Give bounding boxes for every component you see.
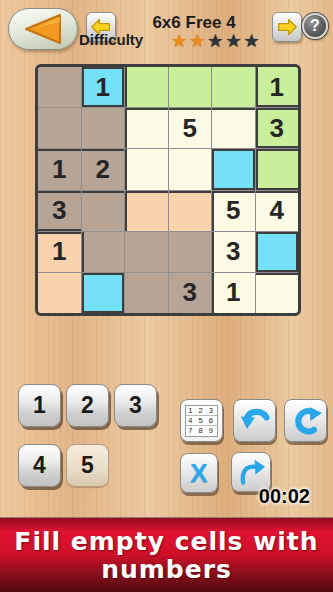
number-button-4[interactable]: 4 — [18, 444, 61, 487]
cell-r2c1[interactable] — [38, 108, 81, 148]
sudoku-app: 6x6 Free 4 Difficulty ★★★★★ ? 1153123541… — [0, 0, 333, 592]
cell-r1c6[interactable]: 1 — [256, 67, 299, 107]
pencil-grid-row: 4 5 6 — [186, 416, 217, 426]
cell-r3c6[interactable] — [256, 149, 299, 189]
cell-r4c3[interactable] — [125, 191, 168, 231]
hint-arrow-icon — [236, 458, 266, 486]
difficulty-stars: ★★★★★ — [171, 30, 262, 52]
cell-r4c5[interactable]: 5 — [212, 191, 255, 231]
cell-r6c2[interactable] — [82, 273, 125, 313]
cell-r6c1[interactable] — [38, 273, 81, 313]
star-empty-icon: ★ — [225, 31, 243, 51]
cell-r1c1[interactable] — [38, 67, 81, 107]
cell-r6c3[interactable] — [125, 273, 168, 313]
cell-r3c3[interactable] — [125, 149, 168, 189]
next-puzzle-button[interactable] — [272, 12, 302, 42]
cell-r3c1[interactable]: 1 — [38, 149, 81, 189]
cell-r5c2[interactable] — [82, 232, 125, 272]
cell-r5c3[interactable] — [125, 232, 168, 272]
cell-r1c5[interactable] — [212, 67, 255, 107]
difficulty-label: Difficulty — [79, 31, 143, 48]
cell-r4c2[interactable] — [82, 191, 125, 231]
instruction-banner: Fill empty cells with numbers — [0, 517, 333, 592]
redo-arrow-icon — [290, 406, 322, 436]
cell-r5c5[interactable]: 3 — [212, 232, 255, 272]
redo-button[interactable] — [284, 399, 327, 442]
back-button[interactable] — [8, 8, 78, 50]
cell-r4c6[interactable]: 4 — [256, 191, 299, 231]
next-arrow-icon — [277, 18, 297, 36]
clear-cell-button[interactable]: X — [180, 453, 218, 493]
sudoku-board: 1153123541331 — [35, 64, 301, 316]
banner-text-line2: numbers — [101, 556, 232, 584]
cell-r6c5[interactable]: 1 — [212, 273, 255, 313]
cell-r2c5[interactable] — [212, 108, 255, 148]
cell-r1c2[interactable]: 1 — [82, 67, 125, 107]
undo-arrow-icon — [239, 406, 271, 436]
number-button-2[interactable]: 2 — [66, 384, 109, 427]
clear-x-icon: X — [190, 458, 207, 489]
cell-r2c6[interactable]: 3 — [256, 108, 299, 148]
number-button-1[interactable]: 1 — [18, 384, 61, 427]
pencil-grid-row: 1 2 3 — [186, 406, 217, 416]
number-button-5[interactable]: 5 — [66, 444, 109, 487]
cell-r3c2[interactable]: 2 — [82, 149, 125, 189]
cell-r1c3[interactable] — [125, 67, 168, 107]
pencil-grid-row: 7 8 9 — [186, 426, 217, 436]
pencil-marks-button[interactable]: 1 2 34 5 67 8 9 — [180, 399, 223, 442]
cell-r1c4[interactable] — [169, 67, 212, 107]
timer: 00:02 — [259, 485, 310, 508]
pencil-marks-icon: 1 2 34 5 67 8 9 — [185, 405, 218, 437]
cell-r2c2[interactable] — [82, 108, 125, 148]
cell-r4c4[interactable] — [169, 191, 212, 231]
star-empty-icon: ★ — [244, 31, 262, 51]
star-empty-icon: ★ — [207, 31, 225, 51]
question-mark-icon: ? — [310, 17, 320, 35]
cell-r5c4[interactable] — [169, 232, 212, 272]
help-button[interactable]: ? — [302, 13, 328, 39]
cell-r2c4[interactable]: 5 — [169, 108, 212, 148]
back-arrow-icon — [20, 14, 66, 44]
banner-text-line1: Fill empty cells with — [14, 528, 318, 556]
cell-r6c4[interactable]: 3 — [169, 273, 212, 313]
star-filled-icon: ★ — [171, 31, 189, 51]
star-filled-icon: ★ — [189, 31, 207, 51]
cell-r6c6[interactable] — [256, 273, 299, 313]
cell-r2c3[interactable] — [125, 108, 168, 148]
undo-button[interactable] — [233, 399, 276, 442]
cell-r3c5[interactable] — [212, 149, 255, 189]
cell-r5c6[interactable] — [256, 232, 299, 272]
cell-r5c1[interactable]: 1 — [38, 232, 81, 272]
cell-r3c4[interactable] — [169, 149, 212, 189]
cell-r4c1[interactable]: 3 — [38, 191, 81, 231]
number-button-3[interactable]: 3 — [114, 384, 157, 427]
